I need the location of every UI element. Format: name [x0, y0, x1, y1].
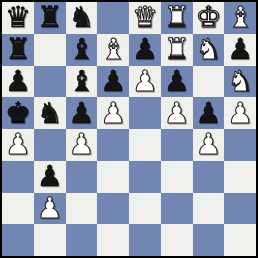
white-bishop-piece[interactable]: ♝ — [100, 35, 126, 64]
black-pawn-piece[interactable]: ♟ — [195, 99, 221, 128]
square-h6[interactable]: ♞ — [224, 66, 256, 98]
black-pawn-piece[interactable]: ♟ — [37, 162, 63, 191]
square-f6[interactable]: ♟ — [161, 66, 193, 98]
square-e7[interactable]: ♟ — [129, 34, 161, 66]
black-bishop-piece[interactable]: ♝ — [68, 67, 94, 96]
square-a5[interactable]: ♚ — [2, 97, 34, 129]
square-f3[interactable] — [161, 161, 193, 193]
square-c7[interactable]: ♝ — [66, 34, 98, 66]
square-a7[interactable]: ♜ — [2, 34, 34, 66]
black-pawn-piece[interactable]: ♟ — [132, 35, 158, 64]
square-a2[interactable] — [2, 193, 34, 225]
square-e8[interactable]: ♛ — [129, 2, 161, 34]
square-e5[interactable] — [129, 97, 161, 129]
square-h2[interactable] — [224, 193, 256, 225]
square-g6[interactable] — [193, 66, 225, 98]
white-pawn-piece[interactable]: ♟ — [164, 99, 190, 128]
black-rook-piece[interactable]: ♜ — [37, 3, 63, 32]
square-d7[interactable]: ♝ — [97, 34, 129, 66]
square-c1[interactable] — [66, 224, 98, 256]
white-bishop-piece[interactable]: ♝ — [227, 3, 253, 32]
square-c5[interactable]: ♟ — [66, 97, 98, 129]
black-rook-piece[interactable]: ♜ — [5, 35, 31, 64]
square-h8[interactable]: ♝ — [224, 2, 256, 34]
square-b8[interactable]: ♜ — [34, 2, 66, 34]
black-knight-piece[interactable]: ♞ — [68, 3, 94, 32]
white-queen-piece[interactable]: ♛ — [132, 3, 158, 32]
square-b3[interactable]: ♟ — [34, 161, 66, 193]
square-a8[interactable]: ♛ — [2, 2, 34, 34]
square-e4[interactable] — [129, 129, 161, 161]
white-knight-piece[interactable]: ♞ — [227, 67, 253, 96]
square-d8[interactable] — [97, 2, 129, 34]
square-b7[interactable] — [34, 34, 66, 66]
square-e6[interactable]: ♟ — [129, 66, 161, 98]
black-pawn-piece[interactable]: ♟ — [100, 67, 126, 96]
square-e3[interactable] — [129, 161, 161, 193]
white-rook-piece[interactable]: ♜ — [164, 3, 190, 32]
square-f4[interactable] — [161, 129, 193, 161]
square-a3[interactable] — [2, 161, 34, 193]
white-rook-piece[interactable]: ♜ — [164, 35, 190, 64]
square-b5[interactable]: ♞ — [34, 97, 66, 129]
square-c3[interactable] — [66, 161, 98, 193]
white-knight-piece[interactable]: ♞ — [195, 35, 221, 64]
square-b6[interactable] — [34, 66, 66, 98]
square-g8[interactable]: ♚ — [193, 2, 225, 34]
square-g3[interactable] — [193, 161, 225, 193]
white-pawn-piece[interactable]: ♟ — [195, 130, 221, 159]
square-c6[interactable]: ♝ — [66, 66, 98, 98]
square-e1[interactable] — [129, 224, 161, 256]
square-f5[interactable]: ♟ — [161, 97, 193, 129]
square-e2[interactable] — [129, 193, 161, 225]
black-pawn-piece[interactable]: ♟ — [164, 67, 190, 96]
square-d4[interactable] — [97, 129, 129, 161]
black-king-piece[interactable]: ♚ — [5, 99, 31, 128]
black-bishop-piece[interactable]: ♝ — [68, 35, 94, 64]
square-c4[interactable]: ♟ — [66, 129, 98, 161]
white-pawn-piece[interactable]: ♟ — [37, 194, 63, 223]
white-king-piece[interactable]: ♚ — [195, 3, 221, 32]
square-b4[interactable] — [34, 129, 66, 161]
square-b2[interactable]: ♟ — [34, 193, 66, 225]
chess-board: ♛♜♞♛♜♚♝♜♝♝♟♜♞♟♟♝♟♟♟♞♚♞♟♟♟♟♟♟♟♟♟♟ — [0, 0, 258, 258]
square-f7[interactable]: ♜ — [161, 34, 193, 66]
square-h3[interactable] — [224, 161, 256, 193]
black-pawn-piece[interactable]: ♟ — [68, 99, 94, 128]
square-g2[interactable] — [193, 193, 225, 225]
square-f1[interactable] — [161, 224, 193, 256]
black-queen-piece[interactable]: ♛ — [5, 3, 31, 32]
square-g1[interactable] — [193, 224, 225, 256]
white-pawn-piece[interactable]: ♟ — [227, 99, 253, 128]
square-h4[interactable] — [224, 129, 256, 161]
white-pawn-piece[interactable]: ♟ — [100, 99, 126, 128]
black-pawn-piece[interactable]: ♟ — [5, 67, 31, 96]
square-g4[interactable]: ♟ — [193, 129, 225, 161]
black-knight-piece[interactable]: ♞ — [37, 99, 63, 128]
white-pawn-piece[interactable]: ♟ — [132, 67, 158, 96]
square-d5[interactable]: ♟ — [97, 97, 129, 129]
square-a1[interactable] — [2, 224, 34, 256]
square-d3[interactable] — [97, 161, 129, 193]
square-f8[interactable]: ♜ — [161, 2, 193, 34]
square-d1[interactable] — [97, 224, 129, 256]
square-f2[interactable] — [161, 193, 193, 225]
square-d6[interactable]: ♟ — [97, 66, 129, 98]
square-d2[interactable] — [97, 193, 129, 225]
black-pawn-piece[interactable]: ♟ — [227, 35, 253, 64]
square-g5[interactable]: ♟ — [193, 97, 225, 129]
square-b1[interactable] — [34, 224, 66, 256]
white-pawn-piece[interactable]: ♟ — [68, 130, 94, 159]
square-h1[interactable] — [224, 224, 256, 256]
square-a4[interactable]: ♟ — [2, 129, 34, 161]
square-c8[interactable]: ♞ — [66, 2, 98, 34]
square-a6[interactable]: ♟ — [2, 66, 34, 98]
square-h5[interactable]: ♟ — [224, 97, 256, 129]
square-c2[interactable] — [66, 193, 98, 225]
square-g7[interactable]: ♞ — [193, 34, 225, 66]
white-pawn-piece[interactable]: ♟ — [5, 130, 31, 159]
square-h7[interactable]: ♟ — [224, 34, 256, 66]
